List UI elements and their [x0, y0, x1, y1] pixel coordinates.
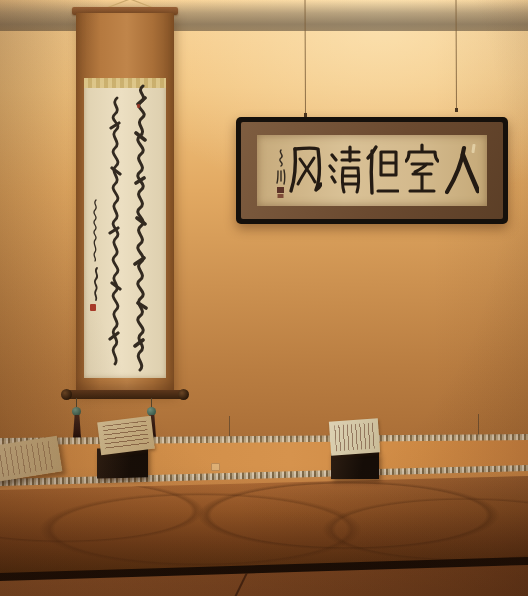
hanging-scroll [64, 0, 186, 444]
caption-text-columns [0, 440, 57, 477]
framed-calligraphy-plaque [236, 117, 508, 224]
frame-char-tada [365, 142, 399, 198]
artist-seal [90, 304, 96, 311]
scroll-bottom-roller [66, 390, 184, 399]
floor-plank-seam [234, 571, 249, 596]
roller-knob-right [178, 389, 189, 400]
frame-char-kaze [288, 142, 322, 198]
caption-text-columns [334, 423, 375, 452]
roller-knob-left [61, 389, 72, 400]
caption-text-lines [103, 420, 150, 450]
tatami-emblem [211, 463, 220, 471]
fuchin-knob-left [72, 407, 81, 416]
caption-stand-left-placard [97, 416, 155, 455]
caption-stand-right-block [331, 452, 379, 479]
frame-matte [241, 122, 503, 219]
scroll-calligraphy [84, 78, 166, 378]
opening-seal [137, 104, 140, 108]
frame-char-sei [328, 142, 362, 198]
fuchin-knob-right [147, 407, 156, 416]
caption-stand-right-placard [329, 418, 380, 455]
fuchin-tassel-left [73, 415, 81, 438]
gallery-photo [0, 0, 528, 596]
frame-paper [257, 135, 487, 206]
frame-signature [274, 147, 288, 199]
frame-char-shitsu [405, 142, 439, 198]
scroll-paper [84, 78, 166, 378]
